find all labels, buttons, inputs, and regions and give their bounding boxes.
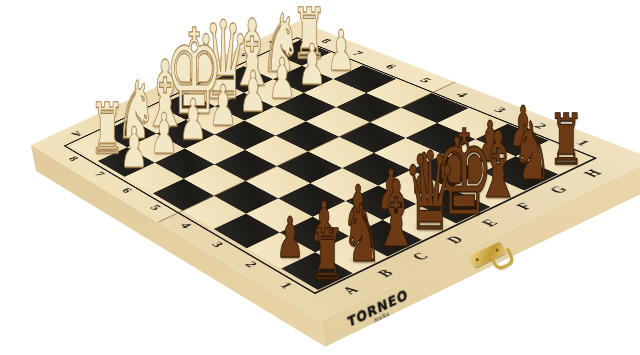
- rank-label-left-5: 5: [148, 204, 164, 212]
- piece-cream-pawn-f7: ♟: [268, 51, 296, 107]
- piece-cream-pawn-a7: ♟: [120, 120, 148, 176]
- piece-cream-pawn-h7: ♟: [327, 23, 355, 79]
- rank-label-right-6: 6: [383, 63, 399, 70]
- piece-brown-knight-b1: ♞: [342, 195, 382, 275]
- piece-cream-pawn-g7: ♟: [298, 37, 326, 93]
- piece-cream-pawn-e7: ♟: [239, 65, 267, 121]
- piece-cream-pawn-d7: ♟: [209, 78, 237, 134]
- rank-label-left-8: 8: [66, 155, 80, 162]
- clasp-screw: [475, 258, 479, 262]
- piece-cream-rook-a8: ♜: [89, 93, 124, 163]
- rank-label-right-5: 5: [417, 77, 433, 84]
- product-photo-scene: AABBCCDDEEFFGGHH8877665544332211 ♜♟♞♟♝♛♟…: [0, 0, 640, 355]
- rank-label-left-6: 6: [119, 187, 134, 195]
- piece-cream-pawn-b7: ♟: [149, 106, 177, 162]
- piece-brown-rook-a1: ♜: [310, 219, 345, 289]
- piece-brown-pawn-a2: ♟: [276, 210, 304, 266]
- piece-cream-pawn-c7: ♟: [179, 92, 207, 148]
- piece-brown-rook-h1: ♜: [548, 105, 583, 175]
- rank-label-left-7: 7: [92, 170, 107, 177]
